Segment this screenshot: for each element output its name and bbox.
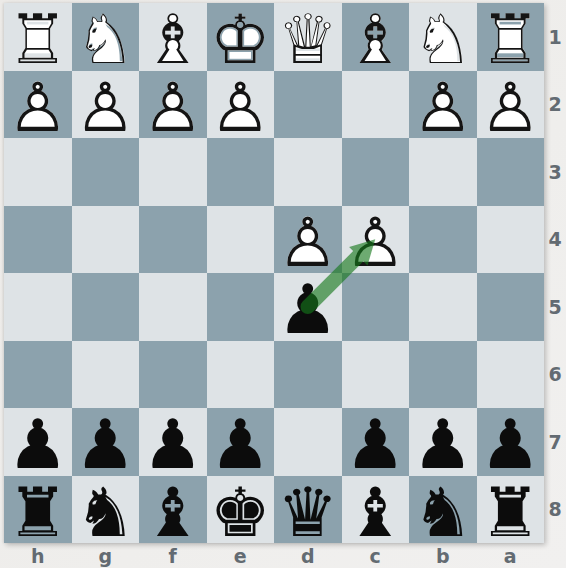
black-bishop-piece[interactable]: ♝ xyxy=(139,479,207,547)
white-king-piece[interactable]: ♚ xyxy=(207,6,275,74)
white-pawn-piece[interactable]: ♟ xyxy=(207,74,275,142)
white-pawn-piece[interactable]: ♟ xyxy=(342,209,410,277)
file-label-h: h xyxy=(4,543,72,568)
square-d2[interactable] xyxy=(274,71,342,139)
square-g4[interactable] xyxy=(72,206,140,274)
black-rook-piece[interactable]: ♜ xyxy=(477,479,545,547)
square-d6[interactable] xyxy=(274,341,342,409)
square-h6[interactable] xyxy=(4,341,72,409)
square-f6[interactable] xyxy=(139,341,207,409)
black-knight-piece[interactable]: ♞ xyxy=(72,479,140,547)
square-a2[interactable]: ♟ xyxy=(477,71,545,139)
square-g8[interactable]: ♞ xyxy=(72,476,140,544)
rank-label-8: 8 xyxy=(544,476,566,544)
square-f3[interactable] xyxy=(139,138,207,206)
square-b8[interactable]: ♞ xyxy=(409,476,477,544)
rank-label-2: 2 xyxy=(544,71,566,139)
square-e1[interactable]: ♚ xyxy=(207,3,275,71)
square-c7[interactable]: ♟ xyxy=(342,408,410,476)
square-e2[interactable]: ♟ xyxy=(207,71,275,139)
black-queen-piece[interactable]: ♛ xyxy=(274,479,342,547)
square-d3[interactable] xyxy=(274,138,342,206)
square-g5[interactable] xyxy=(72,273,140,341)
board-container: ♜♞♝♚♛♝♞♜♟♟♟♟♟♟♟♟♟♟♟♟♟♟♟♟♜♞♝♚♛♝♞♜ xyxy=(4,3,544,543)
square-a7[interactable]: ♟ xyxy=(477,408,545,476)
white-queen-piece[interactable]: ♛ xyxy=(274,6,342,74)
square-d8[interactable]: ♛ xyxy=(274,476,342,544)
square-b6[interactable] xyxy=(409,341,477,409)
file-label-f: f xyxy=(139,543,207,568)
white-pawn-piece[interactable]: ♟ xyxy=(139,74,207,142)
black-pawn-piece[interactable]: ♟ xyxy=(139,411,207,479)
file-label-a: a xyxy=(477,543,545,568)
square-h5[interactable] xyxy=(4,273,72,341)
square-c8[interactable]: ♝ xyxy=(342,476,410,544)
rank-label-4: 4 xyxy=(544,206,566,274)
white-pawn-piece[interactable]: ♟ xyxy=(477,74,545,142)
square-h4[interactable] xyxy=(4,206,72,274)
square-f4[interactable] xyxy=(139,206,207,274)
white-pawn-piece[interactable]: ♟ xyxy=(72,74,140,142)
square-g1[interactable]: ♞ xyxy=(72,3,140,71)
square-d7[interactable] xyxy=(274,408,342,476)
white-bishop-piece[interactable]: ♝ xyxy=(139,6,207,74)
square-c3[interactable] xyxy=(342,138,410,206)
white-rook-piece[interactable]: ♜ xyxy=(477,6,545,74)
square-a3[interactable] xyxy=(477,138,545,206)
black-pawn-piece[interactable]: ♟ xyxy=(207,411,275,479)
square-f8[interactable]: ♝ xyxy=(139,476,207,544)
square-e5[interactable] xyxy=(207,273,275,341)
file-label-d: d xyxy=(274,543,342,568)
file-label-e: e xyxy=(207,543,275,568)
black-pawn-piece[interactable]: ♟ xyxy=(409,411,477,479)
file-label-c: c xyxy=(342,543,410,568)
square-e4[interactable] xyxy=(207,206,275,274)
square-e7[interactable]: ♟ xyxy=(207,408,275,476)
black-rook-piece[interactable]: ♜ xyxy=(4,479,72,547)
rank-label-6: 6 xyxy=(544,341,566,409)
square-h1[interactable]: ♜ xyxy=(4,3,72,71)
square-a6[interactable] xyxy=(477,341,545,409)
square-d1[interactable]: ♛ xyxy=(274,3,342,71)
chess-board: ♜♞♝♚♛♝♞♜♟♟♟♟♟♟♟♟♟♟♟♟♟♟♟♟♜♞♝♚♛♝♞♜ xyxy=(4,3,544,543)
black-pawn-piece[interactable]: ♟ xyxy=(342,411,410,479)
square-h3[interactable] xyxy=(4,138,72,206)
black-pawn-piece[interactable]: ♟ xyxy=(274,276,342,344)
rank-label-3: 3 xyxy=(544,138,566,206)
white-bishop-piece[interactable]: ♝ xyxy=(342,6,410,74)
square-b3[interactable] xyxy=(409,138,477,206)
square-e3[interactable] xyxy=(207,138,275,206)
square-b2[interactable]: ♟ xyxy=(409,71,477,139)
square-e8[interactable]: ♚ xyxy=(207,476,275,544)
square-c1[interactable]: ♝ xyxy=(342,3,410,71)
white-rook-piece[interactable]: ♜ xyxy=(4,6,72,74)
black-pawn-piece[interactable]: ♟ xyxy=(4,411,72,479)
square-h7[interactable]: ♟ xyxy=(4,408,72,476)
square-b7[interactable]: ♟ xyxy=(409,408,477,476)
square-g7[interactable]: ♟ xyxy=(72,408,140,476)
square-h2[interactable]: ♟ xyxy=(4,71,72,139)
file-label-b: b xyxy=(409,543,477,568)
square-g2[interactable]: ♟ xyxy=(72,71,140,139)
rank-label-5: 5 xyxy=(544,273,566,341)
black-king-piece[interactable]: ♚ xyxy=(207,479,275,547)
square-f2[interactable]: ♟ xyxy=(139,71,207,139)
square-f7[interactable]: ♟ xyxy=(139,408,207,476)
rank-coordinates: 12345678 xyxy=(544,3,566,543)
square-a1[interactable]: ♜ xyxy=(477,3,545,71)
white-knight-piece[interactable]: ♞ xyxy=(72,6,140,74)
rank-label-1: 1 xyxy=(544,3,566,71)
square-b4[interactable] xyxy=(409,206,477,274)
square-c2[interactable] xyxy=(342,71,410,139)
square-c5[interactable] xyxy=(342,273,410,341)
black-knight-piece[interactable]: ♞ xyxy=(409,479,477,547)
black-pawn-piece[interactable]: ♟ xyxy=(477,411,545,479)
square-f5[interactable] xyxy=(139,273,207,341)
square-g3[interactable] xyxy=(72,138,140,206)
square-a5[interactable] xyxy=(477,273,545,341)
black-pawn-piece[interactable]: ♟ xyxy=(72,411,140,479)
white-pawn-piece[interactable]: ♟ xyxy=(409,74,477,142)
square-g6[interactable] xyxy=(72,341,140,409)
square-b1[interactable]: ♞ xyxy=(409,3,477,71)
square-b5[interactable] xyxy=(409,273,477,341)
chess-app-page: ♜♞♝♚♛♝♞♜♟♟♟♟♟♟♟♟♟♟♟♟♟♟♟♟♜♞♝♚♛♝♞♜ 1234567… xyxy=(0,0,566,568)
square-h8[interactable]: ♜ xyxy=(4,476,72,544)
square-c6[interactable] xyxy=(342,341,410,409)
square-e6[interactable] xyxy=(207,341,275,409)
file-coordinates: hgfedcba xyxy=(4,543,544,568)
square-a4[interactable] xyxy=(477,206,545,274)
square-a8[interactable]: ♜ xyxy=(477,476,545,544)
white-knight-piece[interactable]: ♞ xyxy=(409,6,477,74)
rank-label-7: 7 xyxy=(544,408,566,476)
square-d5[interactable]: ♟ xyxy=(274,273,342,341)
file-label-g: g xyxy=(72,543,140,568)
square-c4[interactable]: ♟ xyxy=(342,206,410,274)
black-bishop-piece[interactable]: ♝ xyxy=(342,479,410,547)
square-f1[interactable]: ♝ xyxy=(139,3,207,71)
white-pawn-piece[interactable]: ♟ xyxy=(4,74,72,142)
square-d4[interactable]: ♟ xyxy=(274,206,342,274)
white-pawn-piece[interactable]: ♟ xyxy=(274,209,342,277)
